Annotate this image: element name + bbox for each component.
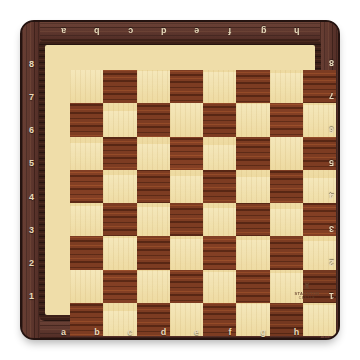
chess-board: abcdefgh abcdefgh 87654321 87654321 ♜ ST… — [20, 20, 340, 340]
square-d3[interactable] — [170, 236, 203, 269]
file-label-top-a: a — [47, 23, 80, 40]
rank-label-left-5: 5 — [23, 147, 40, 180]
square-b7[interactable] — [103, 103, 136, 136]
square-a6[interactable] — [70, 137, 103, 170]
rank-label-left-1: 1 — [23, 280, 40, 313]
square-f4[interactable] — [236, 203, 269, 236]
rank-label-right-1: 1 — [323, 280, 340, 313]
rank-label-right-2: 2 — [323, 247, 340, 280]
square-b2[interactable] — [103, 270, 136, 303]
square-g6[interactable] — [270, 137, 303, 170]
square-c8[interactable] — [137, 70, 170, 103]
square-c2[interactable] — [137, 270, 170, 303]
square-f2[interactable] — [236, 270, 269, 303]
rank-label-left-8: 8 — [23, 47, 40, 80]
square-g3[interactable] — [270, 236, 303, 269]
square-g5[interactable] — [270, 170, 303, 203]
square-c3[interactable] — [137, 236, 170, 269]
square-g8[interactable] — [270, 70, 303, 103]
square-e8[interactable] — [203, 70, 236, 103]
square-f3[interactable] — [236, 236, 269, 269]
file-label-top-e: e — [180, 23, 213, 40]
rank-labels-left: 87654321 — [23, 47, 40, 313]
square-f7[interactable] — [236, 103, 269, 136]
square-a8[interactable] — [70, 70, 103, 103]
square-e6[interactable] — [203, 137, 236, 170]
square-g2[interactable] — [270, 270, 303, 303]
square-f8[interactable] — [236, 70, 269, 103]
rank-label-right-6: 6 — [323, 114, 340, 147]
file-label-bottom-e: e — [180, 323, 213, 340]
square-c4[interactable] — [137, 203, 170, 236]
file-label-top-d: d — [147, 23, 180, 40]
square-d6[interactable] — [170, 137, 203, 170]
file-label-top-h: h — [280, 23, 313, 40]
rank-label-right-4: 4 — [323, 180, 340, 213]
file-label-bottom-d: d — [147, 323, 180, 340]
rank-label-left-6: 6 — [23, 114, 40, 147]
file-label-bottom-c: c — [114, 323, 147, 340]
square-e2[interactable] — [203, 270, 236, 303]
square-b3[interactable] — [103, 236, 136, 269]
file-label-top-c: c — [114, 23, 147, 40]
file-label-bottom-f: f — [213, 323, 246, 340]
file-label-top-g: g — [247, 23, 280, 40]
rank-label-left-3: 3 — [23, 213, 40, 246]
square-a2[interactable] — [70, 270, 103, 303]
squares-grid — [70, 70, 336, 336]
file-label-bottom-a: a — [47, 323, 80, 340]
square-b4[interactable] — [103, 203, 136, 236]
square-a7[interactable] — [70, 103, 103, 136]
square-a5[interactable] — [70, 170, 103, 203]
rank-labels-right: 87654321 — [323, 47, 340, 313]
square-f5[interactable] — [236, 170, 269, 203]
square-b8[interactable] — [103, 70, 136, 103]
square-c6[interactable] — [137, 137, 170, 170]
square-e3[interactable] — [203, 236, 236, 269]
product-photo: abcdefgh abcdefgh 87654321 87654321 ♜ ST… — [0, 0, 360, 360]
square-e7[interactable] — [203, 103, 236, 136]
file-label-bottom-h: h — [280, 323, 313, 340]
square-c7[interactable] — [137, 103, 170, 136]
rank-label-right-5: 5 — [323, 147, 340, 180]
rank-label-left-4: 4 — [23, 180, 40, 213]
board-field — [45, 45, 315, 315]
rank-label-right-7: 7 — [323, 80, 340, 113]
square-c5[interactable] — [137, 170, 170, 203]
square-d2[interactable] — [170, 270, 203, 303]
file-label-top-b: b — [80, 23, 113, 40]
square-f6[interactable] — [236, 137, 269, 170]
file-labels-top: abcdefgh — [47, 23, 313, 40]
square-g4[interactable] — [270, 203, 303, 236]
rank-label-right-3: 3 — [323, 213, 340, 246]
square-g7[interactable] — [270, 103, 303, 136]
square-b5[interactable] — [103, 170, 136, 203]
square-d8[interactable] — [170, 70, 203, 103]
rank-label-left-7: 7 — [23, 80, 40, 113]
square-e5[interactable] — [203, 170, 236, 203]
rank-label-right-8: 8 — [323, 47, 340, 80]
square-e4[interactable] — [203, 203, 236, 236]
rank-label-left-2: 2 — [23, 247, 40, 280]
square-d7[interactable] — [170, 103, 203, 136]
square-a4[interactable] — [70, 203, 103, 236]
square-b6[interactable] — [103, 137, 136, 170]
square-a3[interactable] — [70, 236, 103, 269]
file-labels-bottom: abcdefgh — [47, 323, 313, 340]
file-label-top-f: f — [213, 23, 246, 40]
square-d5[interactable] — [170, 170, 203, 203]
file-label-bottom-g: g — [247, 323, 280, 340]
file-label-bottom-b: b — [80, 323, 113, 340]
square-d4[interactable] — [170, 203, 203, 236]
